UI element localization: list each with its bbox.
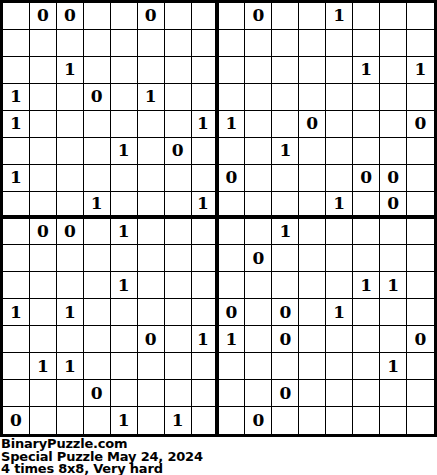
cell-r14c13[interactable] [326, 353, 353, 380]
cell-r8c12[interactable] [299, 192, 326, 219]
cell-r13c11: 0 [272, 326, 299, 353]
cell-r11c11[interactable] [272, 272, 299, 299]
cell-r15c10[interactable] [245, 380, 272, 407]
cell-r3c8[interactable] [192, 57, 219, 84]
cell-r16c8[interactable] [192, 407, 219, 434]
cell-r13c14[interactable] [353, 326, 380, 353]
cell-r16c6[interactable] [138, 407, 165, 434]
cell-r6c14[interactable] [353, 138, 380, 165]
cell-r11c7[interactable] [165, 272, 192, 299]
cell-r6c2[interactable] [30, 138, 57, 165]
cell-r5c15[interactable] [380, 111, 407, 138]
cell-r12c1: 1 [3, 299, 30, 326]
cell-r8c7[interactable] [165, 192, 192, 219]
cell-r12c2[interactable] [30, 299, 57, 326]
cell-r6c9[interactable] [219, 138, 246, 165]
cell-r10c6[interactable] [138, 245, 165, 272]
cell-r8c14[interactable] [353, 192, 380, 219]
cell-r1c1[interactable] [3, 3, 30, 30]
cell-r1c11[interactable] [272, 3, 299, 30]
cell-r16c15[interactable] [380, 407, 407, 434]
footer: BinaryPuzzle.com Special Puzzle May 24, … [0, 437, 437, 475]
cell-r15c2[interactable] [30, 380, 57, 407]
cell-r3c3: 1 [57, 57, 84, 84]
cell-r4c8[interactable] [192, 84, 219, 111]
cell-r9c15[interactable] [380, 219, 407, 246]
cell-r8c9[interactable] [219, 192, 246, 219]
cell-r10c14[interactable] [353, 245, 380, 272]
cell-r11c14: 1 [353, 272, 380, 299]
cell-r7c2[interactable] [30, 165, 57, 192]
cell-r5c12: 0 [299, 111, 326, 138]
cell-r10c10: 0 [245, 245, 272, 272]
cell-r10c11[interactable] [272, 245, 299, 272]
cell-r9c6[interactable] [138, 219, 165, 246]
cell-r15c12[interactable] [299, 380, 326, 407]
cell-r15c9[interactable] [219, 380, 246, 407]
cell-r10c12[interactable] [299, 245, 326, 272]
cell-r15c11: 0 [272, 380, 299, 407]
cell-r9c1[interactable] [3, 219, 30, 246]
cell-r12c9: 0 [219, 299, 246, 326]
cell-r15c4: 0 [84, 380, 111, 407]
cell-r15c6[interactable] [138, 380, 165, 407]
cell-r2c13[interactable] [326, 30, 353, 57]
cell-r1c16[interactable] [407, 3, 434, 30]
cell-r16c9[interactable] [219, 407, 246, 434]
cell-r9c10[interactable] [245, 219, 272, 246]
cell-r7c7[interactable] [165, 165, 192, 192]
cell-r7c14: 0 [353, 165, 380, 192]
cell-r15c14[interactable] [353, 380, 380, 407]
cell-r8c16[interactable] [407, 192, 434, 219]
cell-r9c14[interactable] [353, 219, 380, 246]
cell-r12c4[interactable] [84, 299, 111, 326]
cell-r1c9[interactable] [219, 3, 246, 30]
cell-r14c10[interactable] [245, 353, 272, 380]
cell-r3c1[interactable] [3, 57, 30, 84]
cell-r4c2[interactable] [30, 84, 57, 111]
cell-r16c1: 0 [3, 407, 30, 434]
cell-r7c10[interactable] [245, 165, 272, 192]
cell-r9c4[interactable] [84, 219, 111, 246]
cell-r12c13: 1 [326, 299, 353, 326]
cell-r12c8[interactable] [192, 299, 219, 326]
cell-r7c1: 1 [3, 165, 30, 192]
cell-r2c1[interactable] [3, 30, 30, 57]
cell-r12c10[interactable] [245, 299, 272, 326]
cell-r3c15[interactable] [380, 57, 407, 84]
cell-r4c9[interactable] [219, 84, 246, 111]
cell-r10c15[interactable] [380, 245, 407, 272]
cell-r6c11: 1 [272, 138, 299, 165]
cell-r13c10[interactable] [245, 326, 272, 353]
cell-r3c10[interactable] [245, 57, 272, 84]
cell-r6c6[interactable] [138, 138, 165, 165]
cell-r11c16[interactable] [407, 272, 434, 299]
cell-r4c4: 0 [84, 84, 111, 111]
cell-r7c8[interactable] [192, 165, 219, 192]
cell-r8c3[interactable] [57, 192, 84, 219]
cell-r3c16: 1 [407, 57, 434, 84]
cell-r14c8[interactable] [192, 353, 219, 380]
cell-r1c8[interactable] [192, 3, 219, 30]
cell-r4c12[interactable] [299, 84, 326, 111]
cell-r14c14[interactable] [353, 353, 380, 380]
cell-r13c12[interactable] [299, 326, 326, 353]
cell-r5c8: 1 [192, 111, 219, 138]
cell-r7c12[interactable] [299, 165, 326, 192]
cell-r1c14[interactable] [353, 3, 380, 30]
cell-r10c16[interactable] [407, 245, 434, 272]
cell-r15c15[interactable] [380, 380, 407, 407]
cell-r1c6: 0 [138, 3, 165, 30]
cell-r7c13[interactable] [326, 165, 353, 192]
cell-r2c15[interactable] [380, 30, 407, 57]
cell-r12c3: 1 [57, 299, 84, 326]
cell-r3c6[interactable] [138, 57, 165, 84]
cell-r3c2[interactable] [30, 57, 57, 84]
cell-r1c7[interactable] [165, 3, 192, 30]
cell-r6c3[interactable] [57, 138, 84, 165]
cell-r3c5[interactable] [111, 57, 138, 84]
cell-r3c11[interactable] [272, 57, 299, 84]
cell-r9c11: 1 [272, 219, 299, 246]
cell-r10c9[interactable] [219, 245, 246, 272]
cell-r2c6[interactable] [138, 30, 165, 57]
cell-r11c9[interactable] [219, 272, 246, 299]
cell-r2c16[interactable] [407, 30, 434, 57]
cell-r5c6[interactable] [138, 111, 165, 138]
cell-r8c2[interactable] [30, 192, 57, 219]
cell-r16c11[interactable] [272, 407, 299, 434]
cell-r16c4[interactable] [84, 407, 111, 434]
cell-r11c1[interactable] [3, 272, 30, 299]
cell-r7c15: 0 [380, 165, 407, 192]
cell-r13c5[interactable] [111, 326, 138, 353]
cell-r2c5[interactable] [111, 30, 138, 57]
cell-r9c3: 0 [57, 219, 84, 246]
cell-r16c10: 0 [245, 407, 272, 434]
cell-r14c3: 1 [57, 353, 84, 380]
cell-r8c8: 1 [192, 192, 219, 219]
cell-r9c16[interactable] [407, 219, 434, 246]
cell-r9c12[interactable] [299, 219, 326, 246]
cell-r5c2[interactable] [30, 111, 57, 138]
cell-r10c2[interactable] [30, 245, 57, 272]
cell-r15c16[interactable] [407, 380, 434, 407]
cell-r15c3[interactable] [57, 380, 84, 407]
cell-r14c5[interactable] [111, 353, 138, 380]
cell-r11c2[interactable] [30, 272, 57, 299]
cell-r13c16: 0 [407, 326, 434, 353]
cell-r11c13[interactable] [326, 272, 353, 299]
cell-r2c14[interactable] [353, 30, 380, 57]
cell-r8c15: 0 [380, 192, 407, 219]
cell-r6c15[interactable] [380, 138, 407, 165]
cell-r7c6[interactable] [138, 165, 165, 192]
cell-r3c9[interactable] [219, 57, 246, 84]
cell-r13c6: 0 [138, 326, 165, 353]
cell-r4c3[interactable] [57, 84, 84, 111]
cell-r6c4[interactable] [84, 138, 111, 165]
cell-r7c11[interactable] [272, 165, 299, 192]
cell-r9c13[interactable] [326, 219, 353, 246]
cell-r8c4: 1 [84, 192, 111, 219]
cell-r4c1: 1 [3, 84, 30, 111]
cell-r10c8[interactable] [192, 245, 219, 272]
cell-r4c10[interactable] [245, 84, 272, 111]
cell-r8c5[interactable] [111, 192, 138, 219]
cell-r13c9: 1 [219, 326, 246, 353]
cell-r10c13[interactable] [326, 245, 353, 272]
cell-r1c15[interactable] [380, 3, 407, 30]
cell-r14c11[interactable] [272, 353, 299, 380]
cell-r15c7[interactable] [165, 380, 192, 407]
cell-r13c8: 1 [192, 326, 219, 353]
cell-r1c4[interactable] [84, 3, 111, 30]
cell-r2c11[interactable] [272, 30, 299, 57]
cell-r14c7[interactable] [165, 353, 192, 380]
cell-r5c9: 1 [219, 111, 246, 138]
cell-r3c12[interactable] [299, 57, 326, 84]
cell-r5c5[interactable] [111, 111, 138, 138]
cell-r15c5[interactable] [111, 380, 138, 407]
cell-r7c4[interactable] [84, 165, 111, 192]
cell-r14c4[interactable] [84, 353, 111, 380]
cell-r11c8[interactable] [192, 272, 219, 299]
cell-r10c3[interactable] [57, 245, 84, 272]
cell-r14c2: 1 [30, 353, 57, 380]
cell-r13c2[interactable] [30, 326, 57, 353]
cell-r4c7[interactable] [165, 84, 192, 111]
cell-r12c14[interactable] [353, 299, 380, 326]
cell-r12c7[interactable] [165, 299, 192, 326]
cell-r1c5[interactable] [111, 3, 138, 30]
cell-r8c6[interactable] [138, 192, 165, 219]
cell-r12c11: 0 [272, 299, 299, 326]
cell-r1c12[interactable] [299, 3, 326, 30]
cell-r2c10[interactable] [245, 30, 272, 57]
cell-r13c15[interactable] [380, 326, 407, 353]
cell-r12c15[interactable] [380, 299, 407, 326]
cell-r12c6[interactable] [138, 299, 165, 326]
cell-r11c6[interactable] [138, 272, 165, 299]
cell-r2c12[interactable] [299, 30, 326, 57]
cell-r9c5: 1 [111, 219, 138, 246]
cell-r10c1[interactable] [3, 245, 30, 272]
cell-r15c8[interactable] [192, 380, 219, 407]
cell-r5c16: 0 [407, 111, 434, 138]
cell-r14c12[interactable] [299, 353, 326, 380]
cell-r2c9[interactable] [219, 30, 246, 57]
cell-r4c15[interactable] [380, 84, 407, 111]
puzzle-size-difficulty: 4 times 8x8, Very hard [1, 463, 437, 475]
cell-r9c2: 0 [30, 219, 57, 246]
cell-r6c10[interactable] [245, 138, 272, 165]
cell-r16c14[interactable] [353, 407, 380, 434]
cell-r10c7[interactable] [165, 245, 192, 272]
page: 0000111110111100101100011100011011111001… [0, 0, 437, 475]
cell-r15c1[interactable] [3, 380, 30, 407]
cell-r16c5: 1 [111, 407, 138, 434]
cell-r1c2: 0 [30, 3, 57, 30]
cell-r6c7: 0 [165, 138, 192, 165]
cell-r14c6[interactable] [138, 353, 165, 380]
cell-r13c3[interactable] [57, 326, 84, 353]
cell-r16c16[interactable] [407, 407, 434, 434]
cell-r11c4[interactable] [84, 272, 111, 299]
cell-r4c6: 1 [138, 84, 165, 111]
cell-r8c10[interactable] [245, 192, 272, 219]
cell-r16c7: 1 [165, 407, 192, 434]
cell-r9c7[interactable] [165, 219, 192, 246]
cell-r6c13[interactable] [326, 138, 353, 165]
cell-r3c4[interactable] [84, 57, 111, 84]
binary-puzzle-board: 0000111110111100101100011100011011111001… [0, 0, 437, 437]
cell-r5c13[interactable] [326, 111, 353, 138]
cell-r5c14[interactable] [353, 111, 380, 138]
cell-r6c8[interactable] [192, 138, 219, 165]
cell-r3c7[interactable] [165, 57, 192, 84]
cell-r2c7[interactable] [165, 30, 192, 57]
cell-r13c4[interactable] [84, 326, 111, 353]
cell-r5c7[interactable] [165, 111, 192, 138]
cell-r6c12[interactable] [299, 138, 326, 165]
cell-r7c16[interactable] [407, 165, 434, 192]
cell-r16c12[interactable] [299, 407, 326, 434]
cell-r4c11[interactable] [272, 84, 299, 111]
cell-r14c16[interactable] [407, 353, 434, 380]
cell-r5c4[interactable] [84, 111, 111, 138]
cell-r7c9: 0 [219, 165, 246, 192]
cell-r7c5[interactable] [111, 165, 138, 192]
cell-r6c1[interactable] [3, 138, 30, 165]
cell-r5c10[interactable] [245, 111, 272, 138]
cell-r16c3[interactable] [57, 407, 84, 434]
cell-r6c5: 1 [111, 138, 138, 165]
cell-r3c13[interactable] [326, 57, 353, 84]
cell-r11c15: 1 [380, 272, 407, 299]
cell-r3c14: 1 [353, 57, 380, 84]
cell-r11c12[interactable] [299, 272, 326, 299]
cell-r12c16[interactable] [407, 299, 434, 326]
cell-r14c9[interactable] [219, 353, 246, 380]
cell-r6c16[interactable] [407, 138, 434, 165]
cell-r11c10[interactable] [245, 272, 272, 299]
cell-r10c4[interactable] [84, 245, 111, 272]
cell-r10c5[interactable] [111, 245, 138, 272]
cell-r5c11[interactable] [272, 111, 299, 138]
cell-r12c5[interactable] [111, 299, 138, 326]
cell-r4c5[interactable] [111, 84, 138, 111]
cell-r12c12[interactable] [299, 299, 326, 326]
cell-r5c1: 1 [3, 111, 30, 138]
cell-r1c3: 0 [57, 3, 84, 30]
cell-r9c8[interactable] [192, 219, 219, 246]
cell-r8c13: 1 [326, 192, 353, 219]
cell-r14c1[interactable] [3, 353, 30, 380]
cell-r4c14[interactable] [353, 84, 380, 111]
cell-r4c13[interactable] [326, 84, 353, 111]
cell-r16c2[interactable] [30, 407, 57, 434]
cell-r4c16[interactable] [407, 84, 434, 111]
cell-r2c3[interactable] [57, 30, 84, 57]
cell-r2c8[interactable] [192, 30, 219, 57]
cell-r8c11[interactable] [272, 192, 299, 219]
cell-r11c3[interactable] [57, 272, 84, 299]
cell-r8c1[interactable] [3, 192, 30, 219]
cell-r5c3[interactable] [57, 111, 84, 138]
cell-r13c7[interactable] [165, 326, 192, 353]
cell-r13c1[interactable] [3, 326, 30, 353]
cell-r15c13[interactable] [326, 380, 353, 407]
cell-r1c10: 0 [245, 3, 272, 30]
cell-r13c13[interactable] [326, 326, 353, 353]
cell-r14c15: 1 [380, 353, 407, 380]
cell-r7c3[interactable] [57, 165, 84, 192]
cell-r11c5: 1 [111, 272, 138, 299]
cell-r1c13: 1 [326, 3, 353, 30]
cell-r2c4[interactable] [84, 30, 111, 57]
cell-r2c2[interactable] [30, 30, 57, 57]
cell-r9c9[interactable] [219, 219, 246, 246]
cell-r16c13[interactable] [326, 407, 353, 434]
